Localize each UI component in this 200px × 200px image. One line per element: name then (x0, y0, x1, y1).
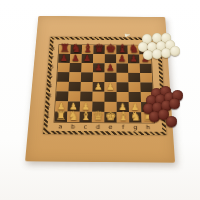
maroon-draughts-piece[interactable] (169, 98, 180, 109)
photo-background: 87654321 abcdefgh ♜♞♝♛♚♝♞♜♟♟♟♟♟♟♟♟♟♟♟♟♟♟… (0, 0, 200, 200)
maroon-draughts-piece[interactable] (166, 116, 177, 127)
cream-draughts-piece[interactable] (170, 46, 180, 56)
